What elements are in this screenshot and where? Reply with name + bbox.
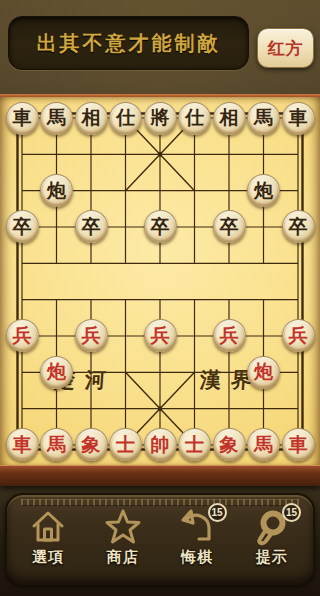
piece-black[interactable]: 卒 — [144, 210, 177, 243]
piece-black[interactable]: 卒 — [282, 210, 315, 243]
piece-black[interactable]: 馬 — [40, 102, 73, 135]
toolbar-label-options: 選項 — [32, 548, 64, 567]
piece-black[interactable]: 仕 — [178, 102, 211, 135]
piece-black[interactable]: 車 — [282, 102, 315, 135]
piece-red[interactable]: 兵 — [282, 319, 315, 352]
board-grid — [0, 97, 320, 465]
toolbar-label-shop: 商店 — [107, 548, 139, 567]
piece-red[interactable]: 兵 — [6, 319, 39, 352]
toolbar-item-shop[interactable]: 商店 — [86, 505, 161, 577]
toolbar-item-options[interactable]: 選項 — [11, 505, 86, 577]
toolbar-item-hint[interactable]: 15 提示 — [235, 505, 310, 577]
piece-red[interactable]: 兵 — [213, 319, 246, 352]
piece-red[interactable]: 兵 — [144, 319, 177, 352]
message-panel: 出其不意才能制敵 — [8, 16, 249, 70]
piece-black[interactable]: 將 — [144, 102, 177, 135]
piece-red[interactable]: 炮 — [247, 356, 280, 389]
home-icon — [28, 507, 68, 547]
red-side-button[interactable]: 红方 — [257, 28, 314, 68]
toolbar-label-hint: 提示 — [256, 548, 288, 567]
undo-badge: 15 — [208, 503, 227, 522]
xiangqi-board[interactable]: 楚河 漢界 — [0, 97, 320, 465]
piece-red[interactable]: 象 — [213, 428, 246, 461]
piece-red[interactable]: 車 — [282, 428, 315, 461]
toolbar-label-undo: 悔棋 — [181, 548, 213, 567]
xiangqi-app: 出其不意才能制敵 红方 楚河 漢界 車馬相仕將仕相馬車炮炮卒卒卒卒卒兵兵兵兵兵炮… — [0, 0, 320, 596]
board-bottom-frame — [0, 465, 320, 486]
piece-black[interactable]: 仕 — [109, 102, 142, 135]
piece-red[interactable]: 帥 — [144, 428, 177, 461]
piece-black[interactable]: 相 — [213, 102, 246, 135]
piece-red[interactable]: 兵 — [75, 319, 108, 352]
piece-black[interactable]: 車 — [6, 102, 39, 135]
piece-black[interactable]: 炮 — [247, 174, 280, 207]
toolbar: 選項 商店 15 悔棋 — [5, 493, 315, 585]
message-text: 出其不意才能制敵 — [37, 30, 221, 57]
piece-black[interactable]: 炮 — [40, 174, 73, 207]
piece-black[interactable]: 馬 — [247, 102, 280, 135]
piece-black[interactable]: 卒 — [213, 210, 246, 243]
piece-black[interactable]: 卒 — [75, 210, 108, 243]
piece-red[interactable]: 炮 — [40, 356, 73, 389]
piece-black[interactable]: 卒 — [6, 210, 39, 243]
piece-red[interactable]: 象 — [75, 428, 108, 461]
piece-red[interactable]: 車 — [6, 428, 39, 461]
hint-badge: 15 — [282, 503, 301, 522]
star-icon — [103, 507, 143, 547]
toolbar-item-undo[interactable]: 15 悔棋 — [160, 505, 235, 577]
piece-black[interactable]: 相 — [75, 102, 108, 135]
